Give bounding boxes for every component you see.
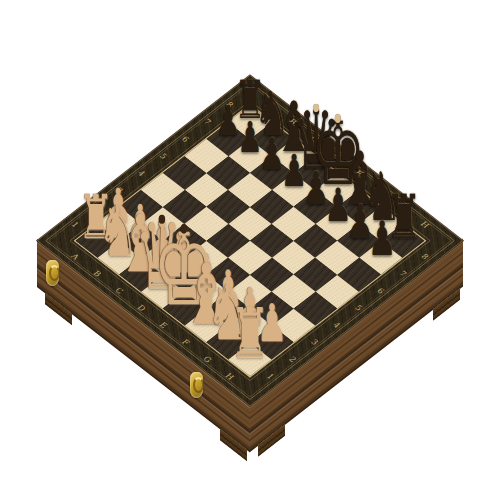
finial-icon (335, 114, 341, 123)
box-foot (45, 292, 72, 325)
box-foot (220, 428, 247, 461)
product-photo-chess-set: ABCDEFGH ABCDEFGH 12345678 12345678 ♜♞♟♝… (0, 0, 500, 500)
box-foot (433, 288, 460, 321)
brass-clasp-icon (46, 260, 59, 286)
finial-icon (313, 104, 318, 112)
box-foot (258, 424, 285, 457)
brass-clasp-icon (190, 372, 203, 398)
chess-board: ABCDEFGH ABCDEFGH 12345678 12345678 (37, 75, 463, 406)
